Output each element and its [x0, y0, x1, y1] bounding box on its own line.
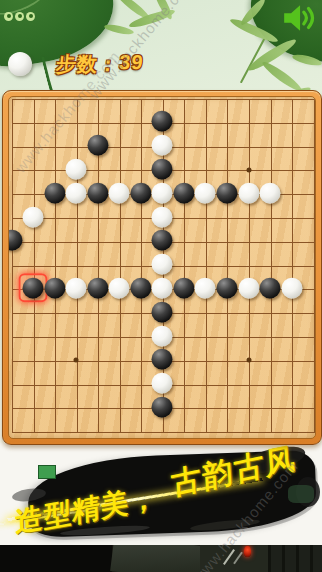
stone-black	[173, 278, 194, 299]
stone-white	[281, 278, 302, 299]
strip-wall-shape	[110, 545, 210, 572]
stone-black	[44, 278, 65, 299]
menu-dot-icon	[15, 12, 24, 21]
menu-dot-icon	[26, 12, 35, 21]
stone-black	[87, 278, 108, 299]
strip-shadow-block	[0, 545, 112, 572]
stone-white	[152, 135, 173, 156]
stone-white	[109, 278, 130, 299]
stone-black	[152, 301, 173, 322]
turn-indicator-stone	[8, 52, 32, 76]
stone-black	[152, 230, 173, 251]
step-counter-value: 39	[118, 51, 145, 78]
gomoku-board	[2, 90, 322, 445]
stone-white	[238, 278, 259, 299]
next-screenshot-strip	[0, 545, 322, 572]
stone-black	[44, 182, 65, 203]
stone-white	[260, 182, 281, 203]
stone-white	[66, 159, 87, 180]
stone-white	[152, 254, 173, 275]
star-point	[74, 358, 79, 363]
stone-black	[152, 159, 173, 180]
step-counter: 步数： 39	[55, 51, 145, 78]
stone-black	[217, 182, 238, 203]
stone-black	[260, 278, 281, 299]
stone-white	[195, 278, 216, 299]
stone-black	[152, 111, 173, 132]
stone-white	[152, 373, 173, 394]
stone-white	[23, 206, 44, 227]
stone-black	[217, 278, 238, 299]
stone-white	[152, 325, 173, 346]
stone-white	[195, 182, 216, 203]
star-point	[246, 167, 251, 172]
strip-red-light	[244, 546, 251, 557]
stone-black	[8, 230, 22, 251]
step-counter-label: 步数：	[55, 51, 121, 78]
stone-white	[66, 182, 87, 203]
screenshot-fragment	[38, 465, 56, 479]
stone-white	[109, 182, 130, 203]
stone-black	[152, 397, 173, 418]
stone-black	[87, 182, 108, 203]
stone-black	[130, 278, 151, 299]
stone-white	[238, 182, 259, 203]
board-grid[interactable]	[12, 99, 315, 433]
stone-black	[130, 182, 151, 203]
promo-banner: 造型精美， 古韵古风	[0, 443, 322, 545]
screenshot-fragment	[288, 485, 314, 503]
stone-white	[152, 182, 173, 203]
stone-black	[23, 278, 44, 299]
sound-button[interactable]	[281, 3, 317, 37]
speaker-icon	[281, 3, 317, 33]
strip-panel	[268, 545, 322, 572]
board-wood-surface	[8, 96, 316, 439]
app-screen: 步数： 39 造型精美， 古韵古风 www.hackhome.com www.h…	[0, 0, 322, 572]
stone-black	[87, 135, 108, 156]
menu-button[interactable]	[4, 9, 36, 23]
stone-black	[173, 182, 194, 203]
stone-white	[152, 278, 173, 299]
star-point	[246, 358, 251, 363]
stone-white	[66, 278, 87, 299]
menu-dot-icon	[4, 12, 13, 21]
stone-black	[152, 349, 173, 370]
stone-white	[152, 206, 173, 227]
